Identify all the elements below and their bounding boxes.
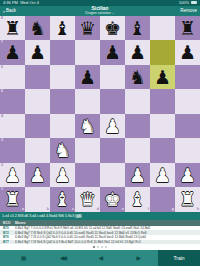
square-d2[interactable] <box>75 163 100 188</box>
square-b7[interactable]: ♟ <box>25 40 50 65</box>
rank-label-2: 2 <box>1 164 3 168</box>
square-g4[interactable] <box>150 114 175 139</box>
continuation-row[interactable]: B766.Be3 Bg7 7.f3 0-0 8.Qd2 Nc6 9.0-0-0 … <box>0 235 200 240</box>
train-button[interactable]: Train <box>158 250 200 266</box>
square-b1[interactable]: b <box>25 187 50 212</box>
square-f4[interactable] <box>125 114 150 139</box>
nav-titles: Sicilian Dragon variation ⌄ <box>0 6 200 15</box>
piece-white-king: ♚ <box>104 190 121 209</box>
step-back-icon[interactable]: ◀ <box>99 255 104 261</box>
piece-black-bishop: ♝ <box>54 19 71 38</box>
square-b4[interactable] <box>25 114 50 139</box>
square-f8[interactable]: ♝ <box>125 16 150 41</box>
square-c7[interactable] <box>50 40 75 65</box>
square-e3[interactable] <box>100 138 125 163</box>
rank-label-5: 5 <box>1 90 3 94</box>
square-h8[interactable]: ♜ <box>175 16 200 41</box>
square-d4[interactable]: ♞ <box>75 114 100 139</box>
square-g7[interactable] <box>150 40 175 65</box>
piece-white-pawn: ♟ <box>4 166 21 185</box>
square-g6[interactable]: ♟ <box>150 65 175 90</box>
square-c6[interactable] <box>50 65 75 90</box>
rank-label-1: 1 <box>1 188 3 192</box>
piece-white-knight: ♞ <box>79 117 96 136</box>
skip-to-start-icon[interactable]: ◀◀ <box>60 255 65 261</box>
page-dot-3[interactable] <box>101 246 103 248</box>
page-dot-4[interactable] <box>105 246 107 248</box>
bottom-toolbar: ▦◀◀◀▶ Train <box>0 250 200 266</box>
piece-black-pawn: ♟ <box>154 68 171 87</box>
square-a1[interactable]: ♜1a <box>0 187 25 212</box>
piece-black-pawn: ♟ <box>4 43 21 62</box>
square-b2[interactable]: ♟ <box>25 163 50 188</box>
square-e5[interactable] <box>100 89 125 114</box>
chess-app-window: 4:36 PM Wed Oct 4 100% ‹ Back Sicilian D… <box>0 0 200 266</box>
board-icon[interactable]: ▦ <box>21 255 27 261</box>
nav-bar: ‹ Back Sicilian Dragon variation ⌄ Remov… <box>0 6 200 16</box>
square-c2[interactable]: ♟ <box>50 163 75 188</box>
square-f3[interactable] <box>125 138 150 163</box>
square-b6[interactable] <box>25 65 50 90</box>
square-c4[interactable] <box>50 114 75 139</box>
square-e8[interactable]: ♚ <box>100 16 125 41</box>
square-g3[interactable] <box>150 138 175 163</box>
square-g1[interactable]: g <box>150 187 175 212</box>
piece-black-pawn: ♟ <box>129 43 146 62</box>
move-list-bar[interactable]: 1.e4 c5 2.Nf3 d6 3.d4 cxd4 4.Nxd4 Nf6 5.… <box>0 212 200 220</box>
square-g8[interactable] <box>150 16 175 41</box>
piece-white-pawn: ♟ <box>54 166 71 185</box>
eco-code: B72 <box>0 231 15 235</box>
current-move-chip[interactable]: g6 <box>75 214 82 218</box>
piece-white-pawn: ♟ <box>179 166 196 185</box>
square-f6[interactable]: ♞ <box>125 65 150 90</box>
piece-black-pawn: ♟ <box>179 43 196 62</box>
moves-played: 1.e4 c5 2.Nf3 d6 3.d4 cxd4 4.Nxd4 Nf6 5.… <box>2 214 74 218</box>
continuation-row[interactable]: B726.Be3 Bg7 7.f3 Nc6 8.Qd2 0-0 9.0-0-0 … <box>0 230 200 235</box>
square-h7[interactable]: ♟ <box>175 40 200 65</box>
square-e7[interactable]: ♟ <box>100 40 125 65</box>
rank-label-3: 3 <box>1 139 3 143</box>
piece-white-pawn: ♟ <box>129 166 146 185</box>
piece-white-queen: ♛ <box>79 190 96 209</box>
square-d8[interactable]: ♛ <box>75 16 100 41</box>
eco-code: B76 <box>0 235 15 239</box>
continuation-row[interactable]: B706.Be2 Bg7 7.0-0 0-0 8.Re1 Nc6 9.Nb3 a… <box>0 226 200 231</box>
square-a3[interactable]: 3 <box>0 138 25 163</box>
square-d1[interactable]: ♛d <box>75 187 100 212</box>
variation-selector[interactable]: Dragon variation ⌄ <box>0 11 200 15</box>
piece-white-rook: ♜ <box>4 190 21 209</box>
square-e2[interactable] <box>100 163 125 188</box>
square-h3[interactable] <box>175 138 200 163</box>
square-h4[interactable] <box>175 114 200 139</box>
continuation-moves: 6.Be2 Bg7 7.0-0 0-0 8.Re1 Nc6 9.Nb3 a6 1… <box>15 226 200 230</box>
step-forward-icon[interactable]: ▶ <box>137 255 142 261</box>
square-c3[interactable]: ♞ <box>50 138 75 163</box>
square-g5[interactable] <box>150 89 175 114</box>
piece-black-king: ♚ <box>104 19 121 38</box>
piece-black-bishop: ♝ <box>129 19 146 38</box>
square-c5[interactable] <box>50 89 75 114</box>
page-dot-1[interactable] <box>93 246 95 248</box>
square-a2[interactable]: ♟2 <box>0 163 25 188</box>
square-h6[interactable] <box>175 65 200 90</box>
file-label-a: a <box>22 208 24 212</box>
square-a5[interactable]: 5 <box>0 89 25 114</box>
square-b8[interactable]: ♞ <box>25 16 50 41</box>
file-label-b: b <box>47 208 49 212</box>
square-d7[interactable] <box>75 40 100 65</box>
piece-white-pawn: ♟ <box>154 166 171 185</box>
square-a7[interactable]: ♟7 <box>0 40 25 65</box>
file-label-c: c <box>72 208 74 212</box>
chess-board[interactable]: ♜8♞♝♛♚♝♜♟7♟♟♟♟6♟♞♟54♞♟3♞♟2♟♟♟♟♟♜1ab♝c♛d♚… <box>0 16 200 212</box>
continuation-moves: 6.Be3 Bg7 7.f3 Nc6 8.Qd2 0-0 9.0-0-0 d5 … <box>15 231 200 235</box>
square-a4[interactable]: 4 <box>0 114 25 139</box>
battery-icon <box>191 1 197 4</box>
file-label-f: f <box>148 208 149 212</box>
square-d6[interactable]: ♟ <box>75 65 100 90</box>
square-c1[interactable]: ♝c <box>50 187 75 212</box>
piece-black-knight: ♞ <box>129 68 146 87</box>
continuations-table: B706.Be2 Bg7 7.0-0 0-0 8.Re1 Nc6 9.Nb3 a… <box>0 226 200 244</box>
square-d5[interactable] <box>75 89 100 114</box>
piece-black-rook: ♜ <box>179 19 196 38</box>
square-f7[interactable]: ♟ <box>125 40 150 65</box>
square-h2[interactable]: ♟ <box>175 163 200 188</box>
square-f5[interactable] <box>125 89 150 114</box>
moves-column-header: Moves <box>15 221 200 225</box>
square-h1[interactable]: ♜h <box>175 187 200 212</box>
piece-white-rook: ♜ <box>179 190 196 209</box>
square-g2[interactable]: ♟ <box>150 163 175 188</box>
file-label-h: h <box>197 208 199 212</box>
page-dot-2[interactable] <box>97 246 99 248</box>
piece-black-queen: ♛ <box>79 19 96 38</box>
piece-white-knight: ♞ <box>54 141 71 160</box>
rank-label-4: 4 <box>1 115 3 119</box>
square-e4[interactable]: ♟ <box>100 114 125 139</box>
square-c8[interactable]: ♝ <box>50 16 75 41</box>
square-e1[interactable]: ♚e <box>100 187 125 212</box>
eco-code: B70 <box>0 226 15 230</box>
piece-black-knight: ♞ <box>29 19 46 38</box>
piece-white-bishop: ♝ <box>54 190 71 209</box>
file-label-g: g <box>172 208 174 212</box>
square-a6[interactable]: 6 <box>0 65 25 90</box>
square-h5[interactable] <box>175 89 200 114</box>
file-label-d: d <box>97 208 99 212</box>
square-b3[interactable] <box>25 138 50 163</box>
continuation-moves: 6.Be3 Bg7 7.f3 0-0 8.Qd2 Nc6 9.0-0-0 d5 … <box>15 235 200 239</box>
rank-label-8: 8 <box>1 17 3 21</box>
square-d3[interactable] <box>75 138 100 163</box>
piece-white-pawn: ♟ <box>29 166 46 185</box>
square-f1[interactable]: ♝f <box>125 187 150 212</box>
piece-black-pawn: ♟ <box>79 68 96 87</box>
square-e6[interactable] <box>100 65 125 90</box>
square-b5[interactable] <box>25 89 50 114</box>
piece-white-bishop: ♝ <box>129 190 146 209</box>
piece-black-pawn: ♟ <box>29 43 46 62</box>
piece-black-rook: ♜ <box>4 19 21 38</box>
file-label-e: e <box>122 208 124 212</box>
piece-black-pawn: ♟ <box>104 43 121 62</box>
eco-column-header: ECO <box>0 221 15 225</box>
rank-label-6: 6 <box>1 66 3 70</box>
piece-white-pawn: ♟ <box>104 117 121 136</box>
square-a8[interactable]: ♜8 <box>0 16 25 41</box>
square-f2[interactable]: ♟ <box>125 163 150 188</box>
rank-label-7: 7 <box>1 41 3 45</box>
